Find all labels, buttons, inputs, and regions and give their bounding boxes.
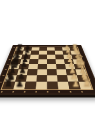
square: ♞ bbox=[5, 75, 17, 82]
white-king: ♚ bbox=[75, 58, 85, 70]
square: ♚ bbox=[74, 64, 85, 69]
square bbox=[27, 69, 38, 75]
square bbox=[26, 75, 37, 82]
square: ♚ bbox=[9, 64, 20, 69]
square bbox=[36, 82, 47, 89]
black-pawn: ♟ bbox=[20, 62, 27, 69]
square bbox=[58, 82, 70, 89]
square bbox=[47, 82, 58, 89]
square: ♟ bbox=[15, 75, 27, 82]
black-pawn: ♟ bbox=[15, 80, 23, 89]
board-grid: ♜♟♟♜♞♟♟♞♝♟♟♝♛♟♟♛♚♟♟♚♝♟♟♝♞♟♟♞♜♟♟♜ bbox=[0, 47, 93, 90]
black-knight: ♞ bbox=[5, 71, 14, 82]
square: ♜ bbox=[79, 82, 92, 89]
square: ♟ bbox=[68, 82, 81, 89]
black-king: ♚ bbox=[9, 58, 19, 70]
square bbox=[38, 64, 47, 69]
square: ♝ bbox=[75, 69, 87, 75]
square: ♟ bbox=[19, 64, 29, 69]
square bbox=[36, 75, 47, 82]
square: ♞ bbox=[77, 75, 89, 82]
white-pawn: ♟ bbox=[71, 80, 79, 89]
square: ♛ bbox=[73, 59, 83, 64]
square bbox=[47, 69, 57, 75]
square bbox=[38, 59, 47, 64]
black-rook: ♜ bbox=[16, 44, 22, 51]
white-knight: ♞ bbox=[79, 71, 88, 82]
black-pawn: ♟ bbox=[19, 67, 26, 75]
square bbox=[37, 69, 47, 75]
square bbox=[28, 64, 38, 69]
black-pawn: ♟ bbox=[17, 74, 24, 82]
square bbox=[47, 75, 58, 82]
square bbox=[47, 64, 56, 69]
chess-board: ♜♟♟♜♞♟♟♞♝♟♟♝♛♟♟♛♚♟♟♚♝♟♟♝♞♟♟♞♜♟♟♜ bbox=[0, 45, 95, 95]
board-frame: ♜♟♟♜♞♟♟♞♝♟♟♝♛♟♟♛♚♟♟♚♝♟♟♝♞♟♟♞♜♟♟♜ bbox=[0, 45, 95, 95]
white-rook: ♜ bbox=[71, 44, 77, 51]
square bbox=[25, 82, 37, 89]
chess-set-product-photo: ♜♟♟♜♞♟♟♞♝♟♟♝♛♟♟♛♚♟♟♚♝♟♟♝♞♟♟♞♜♟♟♜ bbox=[0, 0, 95, 126]
